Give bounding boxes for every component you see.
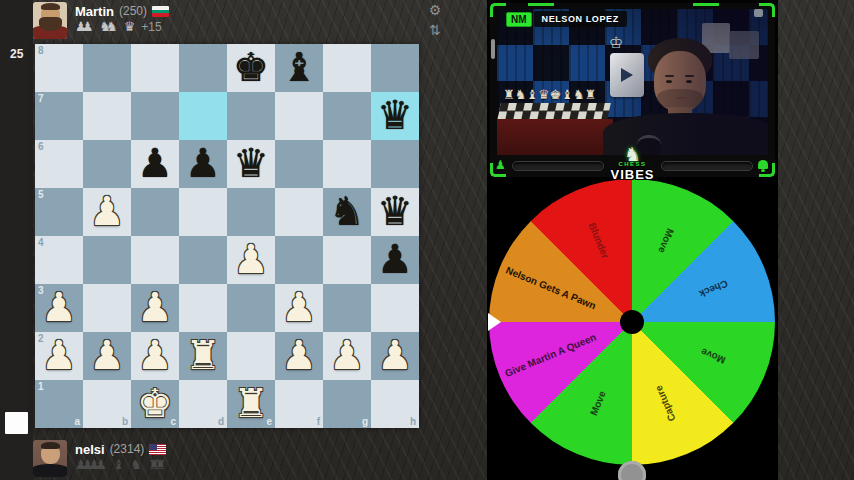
square-g5[interactable]: ♞: [323, 188, 371, 236]
square-c8[interactable]: [131, 44, 179, 92]
square-b4[interactable]: [83, 236, 131, 284]
player-top-rating: (250): [119, 4, 147, 18]
frame-accent: [759, 3, 775, 17]
square-c1[interactable]: c♚: [131, 380, 179, 428]
square-d3[interactable]: [179, 284, 227, 332]
square-d5[interactable]: [179, 188, 227, 236]
square-a3[interactable]: 3♟: [35, 284, 83, 332]
square-f4[interactable]: [275, 236, 323, 284]
piece-white-rook[interactable]: ♜: [227, 380, 275, 428]
square-b3[interactable]: [83, 284, 131, 332]
streamer-title-badge: NM NELSON LOPEZ: [506, 11, 627, 27]
square-d7[interactable]: [179, 92, 227, 140]
piece-white-king[interactable]: ♚: [131, 380, 179, 428]
square-h4[interactable]: ♟: [371, 236, 419, 284]
piece-white-pawn[interactable]: ♟: [131, 332, 179, 380]
square-b6[interactable]: [83, 140, 131, 188]
square-h1[interactable]: h: [371, 380, 419, 428]
square-c6[interactable]: ♟: [131, 140, 179, 188]
piece-black-queen[interactable]: ♛: [371, 92, 419, 140]
square-a4[interactable]: 4: [35, 236, 83, 284]
piece-white-pawn[interactable]: ♟: [227, 236, 275, 284]
square-h8[interactable]: [371, 44, 419, 92]
piece-black-queen[interactable]: ♛: [371, 188, 419, 236]
board-controls: ⚙ ⇅: [427, 2, 443, 38]
piece-white-pawn[interactable]: ♟: [275, 332, 323, 380]
square-a6[interactable]: 6: [35, 140, 83, 188]
frame-accent: [490, 3, 506, 17]
file-label: h: [410, 416, 416, 427]
webcam-video: ♜♞♝♛♚♝♞♜ ♔: [497, 9, 768, 156]
piece-black-bishop[interactable]: ♝: [275, 44, 323, 92]
square-b1[interactable]: b: [83, 380, 131, 428]
piece-white-pawn[interactable]: ♟: [275, 284, 323, 332]
square-h7[interactable]: ♛: [371, 92, 419, 140]
square-b8[interactable]: [83, 44, 131, 92]
square-g2[interactable]: ♟: [323, 332, 371, 380]
square-f3[interactable]: ♟: [275, 284, 323, 332]
avatar-martin: [33, 2, 67, 39]
square-e4[interactable]: ♟: [227, 236, 275, 284]
square-f8[interactable]: ♝: [275, 44, 323, 92]
square-d8[interactable]: [179, 44, 227, 92]
square-g7[interactable]: [323, 92, 371, 140]
left-sidebar: 25: [0, 0, 33, 480]
rank-label: 1: [38, 381, 44, 392]
square-f7[interactable]: [275, 92, 323, 140]
player-top: Martin (250) ♟♟♞♞♛+15: [33, 2, 169, 39]
piece-black-pawn[interactable]: ♟: [179, 140, 227, 188]
stream-panel: ♜♞♝♛♚♝♞♜ ♔ NM: [487, 0, 778, 480]
square-b7[interactable]: [83, 92, 131, 140]
player-bottom: nelsi (2314) ♟♟♟♟♝♞♜♜: [33, 440, 166, 477]
square-h5[interactable]: ♛: [371, 188, 419, 236]
material-score: +15: [141, 20, 161, 34]
logo-vibes-text: VIBES: [610, 167, 654, 182]
square-d1[interactable]: d: [179, 380, 227, 428]
square-b2[interactable]: ♟: [83, 332, 131, 380]
square-a8[interactable]: 8: [35, 44, 83, 92]
piece-white-pawn[interactable]: ♟: [35, 332, 83, 380]
piece-white-pawn[interactable]: ♟: [371, 332, 419, 380]
captured-group: ♞: [130, 458, 142, 472]
usa-flag-icon: [149, 444, 166, 455]
chess-board[interactable]: 8♚♝7♛6♟♟♛5♟♞♛4♟♟3♟♟♟2♟♟♟♜♟♟♟1abc♚de♜fgh: [35, 44, 419, 428]
move-number-label: 25: [10, 47, 23, 61]
square-c7[interactable]: [131, 92, 179, 140]
square-e3[interactable]: [227, 284, 275, 332]
square-c4[interactable]: [131, 236, 179, 284]
captured-group: ♞♞: [99, 20, 117, 34]
white-overlay-box: [5, 412, 28, 434]
square-d6[interactable]: ♟: [179, 140, 227, 188]
square-c3[interactable]: ♟: [131, 284, 179, 332]
square-a1[interactable]: 1a: [35, 380, 83, 428]
piece-white-pawn[interactable]: ♟: [131, 284, 179, 332]
square-f2[interactable]: ♟: [275, 332, 323, 380]
captured-group: ♛: [124, 20, 136, 34]
captured-group: ♟♟: [75, 20, 93, 34]
streamer-name-label: NELSON LOPEZ: [534, 11, 627, 27]
piece-white-pawn[interactable]: ♟: [83, 188, 131, 236]
square-g1[interactable]: g: [323, 380, 371, 428]
square-e6[interactable]: ♛: [227, 140, 275, 188]
square-a7[interactable]: 7: [35, 92, 83, 140]
frame-accent: [490, 163, 506, 177]
wheel-zone: MoveCheckMoveCaptureMoveGive Martin A Qu…: [487, 177, 778, 480]
square-c5[interactable]: [131, 188, 179, 236]
square-f1[interactable]: f: [275, 380, 323, 428]
captured-pieces-bottom: ♟♟♟♟♝♞♜♜: [75, 457, 166, 472]
square-a5[interactable]: 5: [35, 188, 83, 236]
square-e1[interactable]: e♜: [227, 380, 275, 428]
piece-black-queen[interactable]: ♛: [227, 140, 275, 188]
captured-group: ♟♟♟♟: [75, 458, 107, 472]
square-d4[interactable]: [179, 236, 227, 284]
square-b5[interactable]: ♟: [83, 188, 131, 236]
rank-label: 4: [38, 237, 44, 248]
piece-black-king[interactable]: ♚: [227, 44, 275, 92]
captured-group: ♝: [113, 458, 125, 472]
rank-label: 7: [38, 93, 44, 104]
piece-black-pawn[interactable]: ♟: [371, 236, 419, 284]
frame-accent: [759, 163, 775, 177]
square-g6[interactable]: [323, 140, 371, 188]
rank-label: 6: [38, 141, 44, 152]
settings-gear-icon[interactable]: ⚙: [427, 2, 443, 18]
piece-black-pawn[interactable]: ♟: [131, 140, 179, 188]
square-h3[interactable]: [371, 284, 419, 332]
player-bottom-name: nelsi: [75, 442, 105, 457]
piece-white-pawn[interactable]: ♟: [35, 284, 83, 332]
flip-board-icon[interactable]: ⇅: [427, 22, 443, 38]
square-e7[interactable]: [227, 92, 275, 140]
bulgaria-flag-icon: [152, 6, 169, 17]
rank-label: 8: [38, 45, 44, 56]
square-d2[interactable]: ♜: [179, 332, 227, 380]
avatar-nelsi: [33, 440, 67, 477]
square-e8[interactable]: ♚: [227, 44, 275, 92]
square-a2[interactable]: 2♟: [35, 332, 83, 380]
file-label: g: [362, 416, 368, 427]
square-e5[interactable]: [227, 188, 275, 236]
square-g8[interactable]: [323, 44, 371, 92]
rank-label: 5: [38, 189, 44, 200]
square-g4[interactable]: [323, 236, 371, 284]
webcam-frame: ♜♞♝♛♚♝♞♜ ♔ NM: [490, 3, 775, 177]
wheel-hub: [620, 310, 644, 334]
piece-white-pawn[interactable]: ♟: [323, 332, 371, 380]
piece-white-rook[interactable]: ♜: [179, 332, 227, 380]
app: 25 Martin (250) ♟♟♞♞♛+15 8♚♝7♛6♟♟♛5♟♞♛4♟…: [0, 0, 854, 480]
square-g3[interactable]: [323, 284, 371, 332]
piece-white-pawn[interactable]: ♟: [83, 332, 131, 380]
piece-black-knight[interactable]: ♞: [323, 188, 371, 236]
square-f6[interactable]: [275, 140, 323, 188]
file-label: f: [317, 416, 320, 427]
player-bottom-rating: (2314): [110, 442, 145, 456]
nm-title-badge: NM: [506, 12, 532, 27]
square-e2[interactable]: [227, 332, 275, 380]
file-label: a: [74, 416, 80, 427]
square-h2[interactable]: ♟: [371, 332, 419, 380]
square-h6[interactable]: [371, 140, 419, 188]
file-label: b: [122, 416, 128, 427]
square-c2[interactable]: ♟: [131, 332, 179, 380]
file-label: d: [218, 416, 224, 427]
captured-pieces-top: ♟♟♞♞♛+15: [75, 19, 169, 34]
captured-group: ♜♜: [148, 458, 166, 472]
logo-bar: ♟ ♞ CHESS VIBES: [490, 155, 775, 177]
square-f5[interactable]: [275, 188, 323, 236]
wheel-pointer: [488, 313, 501, 331]
player-top-name: Martin: [75, 4, 114, 19]
